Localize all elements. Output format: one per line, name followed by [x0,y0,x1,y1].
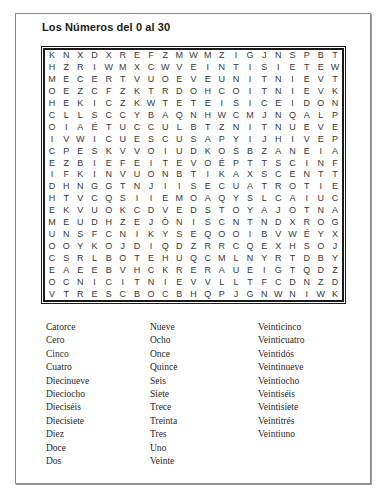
grid-cell-r12c18: O [285,181,299,193]
grid-cell-r3c6: T [116,74,130,86]
grid-cell-r9c10: U [172,145,186,157]
word-list-item: Quince [150,361,177,374]
grid-cell-r19c15: E [243,264,257,276]
grid-cell-r20c18: D [285,276,299,288]
grid-cell-r16c14: O [229,229,243,241]
grid-cell-r4c7: K [130,86,144,98]
grid-cell-r2c20: E [314,62,328,74]
grid-cell-r21c17: W [271,288,285,300]
grid-cell-r8c9: C [158,133,172,145]
grid-cell-r19c14: U [229,264,243,276]
grid-cell-r3c14: N [229,74,243,86]
grid-cell-r21c20: W [314,288,328,300]
grid-cell-r5c5: C [102,98,116,110]
grid-cell-r9c12: K [201,145,215,157]
grid-cell-r7c10: L [172,121,186,133]
grid-cell-r1c18: S [285,50,299,62]
grid-cell-r2c4: I [87,62,101,74]
word-list-item: Veinticuatro [258,334,304,347]
grid-cell-r10c12: O [201,157,215,169]
grid-cell-r4c6: Z [116,86,130,98]
grid-cell-r16c1: U [45,229,59,241]
grid-cell-r21c6: C [116,288,130,300]
grid-cell-r17c16: E [257,240,271,252]
grid-cell-r18c4: L [87,252,101,264]
grid-cell-r11c10: B [172,169,186,181]
word-list-item: Veintiséis [258,388,304,401]
grid-cell-r16c21: X [328,229,342,241]
grid-cell-r14c16: A [257,205,271,217]
grid-cell-r13c10: M [172,193,186,205]
grid-cell-r15c7: E [130,217,144,229]
grid-cell-r20c20: Z [314,276,328,288]
grid-cell-r15c20: O [314,217,328,229]
grid-cell-r7c15: I [243,121,257,133]
grid-cell-r2c12: I [201,62,215,74]
grid-cell-r17c12: R [201,240,215,252]
grid-cell-r9c8: O [144,145,158,157]
grid-cell-r4c1: O [45,86,59,98]
grid-cell-r12c20: I [314,181,328,193]
grid-cell-r5c14: S [229,98,243,110]
grid-cell-r19c17: G [271,264,285,276]
grid-cell-r11c12: I [201,169,215,181]
grid-cell-r13c4: C [87,193,101,205]
grid-cell-r16c19: É [300,229,314,241]
grid-cell-r16c13: O [215,229,229,241]
grid-cell-r12c15: A [243,181,257,193]
grid-cell-r1c1: K [45,50,59,62]
grid-cell-r8c18: I [285,133,299,145]
grid-cell-r11c2: F [59,169,73,181]
grid-cell-r14c5: O [102,205,116,217]
grid-cell-r5c19: D [300,98,314,110]
word-list-item: Veinte [150,455,177,468]
grid-cell-r16c4: F [87,229,101,241]
grid-cell-r13c17: C [271,193,285,205]
word-list-item: Uno [150,442,177,455]
grid-cell-r21c12: Q [201,288,215,300]
grid-cell-r13c21: C [328,193,342,205]
grid-cell-r20c1: O [45,276,59,288]
grid-cell-r6c1: C [45,110,59,122]
grid-cell-r15c19: R [300,217,314,229]
grid-cell-r19c1: E [45,264,59,276]
grid-cell-r9c14: S [229,145,243,157]
word-list-item: Cero [46,334,89,347]
word-search-grid: KNXDXREFZMWMZIGJNSPBTHZRIWMXCWVEINTISIET… [43,48,344,302]
grid-cell-r13c9: E [158,193,172,205]
grid-cell-r7c7: C [130,121,144,133]
grid-cell-r5c10: E [172,98,186,110]
grid-cell-r11c1: I [45,169,59,181]
grid-cell-r6c16: J [257,110,271,122]
grid-cell-r16c16: B [257,229,271,241]
grid-cell-r19c10: R [172,264,186,276]
grid-cell-r2c21: W [328,62,342,74]
grid-cell-r20c19: N [300,276,314,288]
grid-cell-r20c9: I [158,276,172,288]
grid-cell-r17c19: S [300,240,314,252]
grid-cell-r1c20: B [314,50,328,62]
grid-cell-r13c12: A [201,193,215,205]
word-list-item: Treinta [150,415,177,428]
grid-cell-r16c6: N [116,229,130,241]
grid-cell-r15c6: Z [116,217,130,229]
grid-cell-r8c1: I [45,133,59,145]
grid-cell-r2c17: I [271,62,285,74]
grid-cell-r20c12: V [201,276,215,288]
grid-cell-r11c3: K [73,169,87,181]
grid-cell-r16c8: K [144,229,158,241]
grid-cell-r12c10: I [172,181,186,193]
grid-cell-r20c14: L [229,276,243,288]
grid-cell-r15c1: M [45,217,59,229]
grid-cell-r1c14: I [229,50,243,62]
word-list-item: Veintidós [258,348,304,361]
grid-cell-r14c11: D [186,205,200,217]
grid-cell-r18c21: Y [328,252,342,264]
grid-cell-r4c12: H [201,86,215,98]
grid-cell-r11c8: O [144,169,158,181]
grid-cell-r5c21: N [328,98,342,110]
grid-cell-r7c5: T [102,121,116,133]
grid-cell-r6c12: H [201,110,215,122]
grid-cell-r3c1: M [45,74,59,86]
grid-cell-r18c2: S [59,252,73,264]
grid-cell-r10c14: P [229,157,243,169]
grid-cell-r19c16: I [257,264,271,276]
grid-cell-r21c19: I [300,288,314,300]
grid-cell-r15c17: D [271,217,285,229]
grid-cell-r10c19: I [300,157,314,169]
grid-cell-r18c17: R [271,252,285,264]
word-list-item: Seis [150,375,177,388]
grid-cell-r18c5: B [102,252,116,264]
grid-cell-r3c21: T [328,74,342,86]
grid-cell-r17c7: D [130,240,144,252]
grid-cell-r12c16: T [257,181,271,193]
grid-cell-r10c13: É [215,157,229,169]
grid-cell-r15c12: S [201,217,215,229]
grid-cell-r6c3: L [73,110,87,122]
grid-cell-r16c7: I [130,229,144,241]
grid-cell-r4c19: E [300,86,314,98]
word-list-item: Veintisiete [258,401,304,414]
grid-cell-r8c2: V [59,133,73,145]
grid-cell-r7c9: U [158,121,172,133]
grid-cell-r10c4: I [87,157,101,169]
grid-cell-r10c8: I [144,157,158,169]
grid-cell-r16c12: Q [201,229,215,241]
grid-cell-r4c18: I [285,86,299,98]
grid-cell-r19c9: K [158,264,172,276]
puzzle-title: Los Números del 0 al 30 [42,21,170,33]
grid-cell-r7c3: A [73,121,87,133]
grid-cell-r20c5: C [102,276,116,288]
grid-cell-r12c13: C [215,181,229,193]
grid-cell-r5c3: K [73,98,87,110]
grid-cell-r12c4: G [87,181,101,193]
grid-cell-r3c15: I [243,74,257,86]
grid-cell-r17c20: O [314,240,328,252]
grid-cell-r9c17: A [271,145,285,157]
grid-cell-r8c12: A [201,133,215,145]
grid-cell-r20c7: T [130,276,144,288]
grid-cell-r3c5: R [102,74,116,86]
grid-cell-r7c12: T [201,121,215,133]
grid-cell-r3c19: E [300,74,314,86]
grid-cell-r13c3: V [73,193,87,205]
grid-cell-r9c13: O [215,145,229,157]
grid-cell-r4c14: O [229,86,243,98]
grid-cell-r9c19: E [300,145,314,157]
grid-cell-r7c18: U [285,121,299,133]
grid-cell-r13c11: O [186,193,200,205]
grid-cell-r12c7: N [130,181,144,193]
grid-cell-r2c15: I [243,62,257,74]
grid-cell-r17c1: O [45,240,59,252]
grid-cell-r21c14: J [229,288,243,300]
grid-cell-r10c9: T [158,157,172,169]
grid-cell-r21c11: H [186,288,200,300]
grid-cell-r19c12: R [201,264,215,276]
grid-cell-r11c15: X [243,169,257,181]
grid-cell-r1c21: T [328,50,342,62]
grid-cell-r14c8: D [144,205,158,217]
grid-cell-r2c11: E [186,62,200,74]
grid-cell-r21c10: B [172,288,186,300]
grid-cell-r8c3: W [73,133,87,145]
grid-cell-r5c9: T [158,98,172,110]
grid-cell-r1c9: Z [158,50,172,62]
grid-cell-r9c4: S [87,145,101,157]
grid-cell-r19c18: T [285,264,299,276]
grid-cell-r20c10: E [172,276,186,288]
grid-cell-r4c16: T [257,86,271,98]
grid-cell-r7c11: B [186,121,200,133]
grid-cell-r18c1: C [45,252,59,264]
grid-cell-r14c18: O [285,205,299,217]
grid-cell-r11c18: E [285,169,299,181]
grid-cell-r6c20: L [314,110,328,122]
grid-cell-r1c4: D [87,50,101,62]
grid-cell-r5c8: W [144,98,158,110]
grid-cell-r12c6: T [116,181,130,193]
word-list-item: Cuatro [46,361,89,374]
grid-cell-r10c2: Z [59,157,73,169]
grid-cell-r20c11: V [186,276,200,288]
grid-cell-r18c12: C [201,252,215,264]
grid-cell-r21c15: G [243,288,257,300]
grid-cell-r15c13: C [215,217,229,229]
grid-cell-r4c5: F [102,86,116,98]
grid-cell-r6c19: A [300,110,314,122]
grid-cell-r18c9: H [158,252,172,264]
grid-cell-r12c17: R [271,181,285,193]
grid-cell-r1c8: F [144,50,158,62]
grid-cell-r8c7: E [130,133,144,145]
grid-cell-r8c13: P [215,133,229,145]
grid-cell-r16c9: Y [158,229,172,241]
grid-cell-r3c7: V [130,74,144,86]
grid-cell-r14c2: K [59,205,73,217]
grid-cell-r5c16: C [257,98,271,110]
grid-cell-r13c13: Q [215,193,229,205]
grid-cell-r14c14: O [229,205,243,217]
grid-cell-r2c3: R [73,62,87,74]
grid-cell-r14c1: E [45,205,59,217]
grid-cell-r13c8: I [144,193,158,205]
grid-cell-r3c10: E [172,74,186,86]
grid-cell-r9c7: V [130,145,144,157]
grid-cell-r17c5: O [102,240,116,252]
grid-cell-r1c2: N [59,50,73,62]
word-list-item: Veintinueve [258,361,304,374]
grid-cell-r16c17: V [271,229,285,241]
grid-cell-r14c4: U [87,205,101,217]
grid-cell-r3c9: O [158,74,172,86]
grid-cell-r3c13: U [215,74,229,86]
grid-cell-r19c6: V [116,264,130,276]
grid-cell-r6c13: W [215,110,229,122]
grid-cell-r13c6: S [116,193,130,205]
grid-cell-r2c1: H [45,62,59,74]
grid-cell-r12c19: T [300,181,314,193]
grid-cell-r18c16: Y [257,252,271,264]
grid-cell-r13c5: Q [102,193,116,205]
grid-cell-r3c18: I [285,74,299,86]
grid-cell-r14c15: Y [243,205,257,217]
grid-cell-r5c20: O [314,98,328,110]
grid-cell-r21c2: T [59,288,73,300]
grid-cell-r20c15: T [243,276,257,288]
grid-cell-r10c5: E [102,157,116,169]
grid-cell-r6c7: Y [130,110,144,122]
word-list-item: Tres [150,428,177,441]
grid-cell-r21c8: O [144,288,158,300]
grid-cell-r4c20: V [314,86,328,98]
grid-cell-r13c14: Y [229,193,243,205]
grid-cell-r20c8: N [144,276,158,288]
grid-cell-r12c1: D [45,181,59,193]
grid-cell-r10c1: E [45,157,59,169]
grid-cell-r8c15: I [243,133,257,145]
grid-cell-r21c1: V [45,288,59,300]
grid-cell-r21c3: R [73,288,87,300]
grid-cell-r3c17: N [271,74,285,86]
grid-cell-r17c3: Y [73,240,87,252]
word-list-column-2: NueveOchoOnceQuinceSeisSieteTreceTreinta… [150,321,177,468]
grid-cell-r17c6: J [116,240,130,252]
grid-cell-r7c19: E [300,121,314,133]
grid-cell-r7c2: I [59,121,73,133]
grid-cell-r7c1: O [45,121,59,133]
word-list-item: Veintitrés [258,415,304,428]
grid-cell-r18c20: B [314,252,328,264]
grid-cell-r3c20: V [314,74,328,86]
grid-cell-r11c20: T [314,169,328,181]
grid-cell-r12c2: H [59,181,73,193]
grid-cell-r14c7: C [130,205,144,217]
word-list-item: Nueve [150,321,177,334]
grid-cell-r11c16: S [257,169,271,181]
grid-cell-r3c16: T [257,74,271,86]
grid-cell-r5c1: H [45,98,59,110]
grid-cell-r7c13: Z [215,121,229,133]
word-list-item: Doce [46,442,89,455]
grid-cell-r17c10: D [172,240,186,252]
grid-cell-r16c5: C [102,229,116,241]
grid-cell-r11c17: C [271,169,285,181]
grid-cell-r13c15: S [243,193,257,205]
grid-cell-r17c14: C [229,240,243,252]
grid-cell-r5c13: I [215,98,229,110]
word-list-column-1: CatorceCeroCincoCuatroDiecinueveDiecioch… [46,321,89,468]
grid-cell-r8c11: S [186,133,200,145]
grid-cell-r11c11: T [186,169,200,181]
grid-cell-r5c4: I [87,98,101,110]
grid-cell-r9c5: K [102,145,116,157]
grid-cell-r12c8: J [144,181,158,193]
grid-cell-r8c20: E [314,133,328,145]
grid-cell-r4c3: Z [73,86,87,98]
grid-cell-r18c15: N [243,252,257,264]
grid-cell-r15c16: N [257,217,271,229]
grid-cell-r8c19: V [300,133,314,145]
grid-cell-r14c17: J [271,205,285,217]
grid-cell-r19c20: D [314,264,328,276]
grid-cell-r9c9: I [158,145,172,157]
grid-cell-r5c11: T [186,98,200,110]
grid-cell-r3c4: E [87,74,101,86]
grid-cell-r16c11: E [186,229,200,241]
grid-cell-r21c5: S [102,288,116,300]
grid-cell-r4c11: O [186,86,200,98]
grid-cell-r9c1: C [45,145,59,157]
grid-cell-r12c11: S [186,181,200,193]
grid-cell-r20c13: L [215,276,229,288]
grid-cell-r21c7: B [130,288,144,300]
grid-cell-r20c21: D [328,276,342,288]
grid-cell-r15c18: X [285,217,299,229]
grid-cell-r10c11: V [186,157,200,169]
grid-cell-r17c13: R [215,240,229,252]
grid-cell-r2c2: Z [59,62,73,74]
grid-cell-r9c2: P [59,145,73,157]
grid-cell-r1c19: P [300,50,314,62]
grid-cell-r1c16: J [257,50,271,62]
grid-cell-r5c18: I [285,98,299,110]
grid-cell-r2c19: T [300,62,314,74]
grid-cell-r19c13: A [215,264,229,276]
grid-cell-r19c4: E [87,264,101,276]
grid-cell-r14c21: A [328,205,342,217]
grid-cell-r21c4: E [87,288,101,300]
grid-cell-r10c7: E [130,157,144,169]
grid-cell-r7c8: C [144,121,158,133]
grid-cell-r1c10: M [172,50,186,62]
grid-cell-r18c13: M [215,252,229,264]
grid-cell-r6c5: C [102,110,116,122]
grid-cell-r11c4: I [87,169,101,181]
grid-cell-r13c1: H [45,193,59,205]
grid-cell-r19c5: B [102,264,116,276]
grid-cell-r12c14: U [229,181,243,193]
grid-cell-r1c7: E [130,50,144,62]
word-list-item: Siete [150,388,177,401]
grid-cell-r9c18: N [285,145,299,157]
